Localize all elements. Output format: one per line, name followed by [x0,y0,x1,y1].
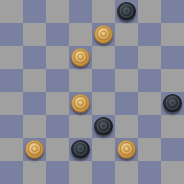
square-r4c5[interactable] [115,92,138,115]
square-r6c1[interactable] [23,138,46,161]
gold-man-piece[interactable] [94,25,113,44]
square-r5c3[interactable] [69,115,92,138]
square-r7c6[interactable] [138,161,161,184]
square-r6c0[interactable] [0,138,23,161]
black-man-piece[interactable] [163,94,182,113]
square-r4c4[interactable] [92,92,115,115]
square-r0c0[interactable] [0,0,23,23]
square-r2c3[interactable] [69,46,92,69]
gold-man-piece[interactable] [71,94,90,113]
gold-man-piece[interactable] [71,48,90,67]
square-r3c2[interactable] [46,69,69,92]
square-r6c5[interactable] [115,138,138,161]
square-r0c4[interactable] [92,0,115,23]
square-r7c3[interactable] [69,161,92,184]
square-r2c4[interactable] [92,46,115,69]
black-man-piece[interactable] [117,2,136,21]
square-r6c2[interactable] [46,138,69,161]
square-r6c3[interactable] [69,138,92,161]
square-r4c1[interactable] [23,92,46,115]
square-r7c4[interactable] [92,161,115,184]
square-r4c0[interactable] [0,92,23,115]
square-r6c6[interactable] [138,138,161,161]
square-r5c4[interactable] [92,115,115,138]
square-r4c2[interactable] [46,92,69,115]
square-r6c7[interactable] [161,138,184,161]
square-r6c4[interactable] [92,138,115,161]
square-r3c7[interactable] [161,69,184,92]
checkers-board [0,0,184,184]
square-r3c6[interactable] [138,69,161,92]
square-r3c4[interactable] [92,69,115,92]
square-r5c0[interactable] [0,115,23,138]
square-r5c7[interactable] [161,115,184,138]
square-r1c6[interactable] [138,23,161,46]
square-r5c2[interactable] [46,115,69,138]
square-r2c5[interactable] [115,46,138,69]
square-r1c3[interactable] [69,23,92,46]
square-r7c1[interactable] [23,161,46,184]
black-man-piece[interactable] [71,140,90,159]
square-r1c7[interactable] [161,23,184,46]
square-r7c0[interactable] [0,161,23,184]
black-man-piece[interactable] [94,117,113,136]
square-r2c6[interactable] [138,46,161,69]
square-r0c1[interactable] [23,0,46,23]
square-r0c3[interactable] [69,0,92,23]
square-r3c3[interactable] [69,69,92,92]
gold-man-piece[interactable] [25,140,44,159]
square-r3c5[interactable] [115,69,138,92]
square-r0c6[interactable] [138,0,161,23]
square-r0c2[interactable] [46,0,69,23]
square-r5c1[interactable] [23,115,46,138]
square-r2c1[interactable] [23,46,46,69]
square-r2c7[interactable] [161,46,184,69]
square-r1c0[interactable] [0,23,23,46]
square-r1c1[interactable] [23,23,46,46]
square-r5c6[interactable] [138,115,161,138]
square-r7c5[interactable] [115,161,138,184]
square-r3c1[interactable] [23,69,46,92]
square-r1c5[interactable] [115,23,138,46]
square-r0c7[interactable] [161,0,184,23]
square-r7c7[interactable] [161,161,184,184]
square-r4c6[interactable] [138,92,161,115]
square-r5c5[interactable] [115,115,138,138]
square-r4c7[interactable] [161,92,184,115]
square-r1c4[interactable] [92,23,115,46]
square-r4c3[interactable] [69,92,92,115]
square-r1c2[interactable] [46,23,69,46]
square-r2c2[interactable] [46,46,69,69]
square-r3c0[interactable] [0,69,23,92]
square-r2c0[interactable] [0,46,23,69]
square-r0c5[interactable] [115,0,138,23]
gold-man-piece[interactable] [117,140,136,159]
square-r7c2[interactable] [46,161,69,184]
